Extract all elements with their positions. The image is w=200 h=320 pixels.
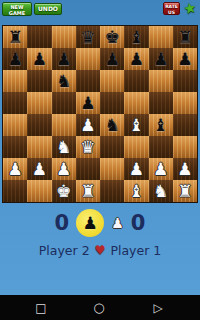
- rate-us-label-line2: US: [164, 10, 179, 16]
- square-f7[interactable]: ♟: [124, 48, 148, 70]
- square-f1[interactable]: ♝: [124, 180, 148, 202]
- square-a2[interactable]: ♟: [3, 158, 27, 180]
- square-h5[interactable]: [173, 92, 197, 114]
- square-c3[interactable]: ♞: [52, 136, 76, 158]
- white-pawn[interactable]: ♟: [3, 158, 27, 180]
- square-h3[interactable]: [173, 136, 197, 158]
- player1-score: 0: [131, 211, 146, 235]
- square-b1[interactable]: [27, 180, 51, 202]
- black-pawn[interactable]: ♟: [124, 48, 148, 70]
- black-bishop[interactable]: ♝: [149, 114, 173, 136]
- square-g5[interactable]: [149, 92, 173, 114]
- new-game-label-line2: GAME: [3, 10, 31, 16]
- scoreboard: 0 ♟ ♟ 0: [0, 206, 200, 240]
- square-b6[interactable]: [27, 70, 51, 92]
- white-knight[interactable]: ♞: [52, 136, 76, 158]
- square-h6[interactable]: [173, 70, 197, 92]
- white-queen[interactable]: ♛: [76, 136, 100, 158]
- square-e5[interactable]: [100, 92, 124, 114]
- black-king[interactable]: ♚: [100, 26, 124, 48]
- white-rook[interactable]: ♜: [173, 180, 197, 202]
- square-a8[interactable]: ♜: [3, 26, 27, 48]
- black-knight[interactable]: ♞: [100, 114, 124, 136]
- rate-us-label-line1: RATE: [164, 4, 179, 10]
- square-f2[interactable]: ♟: [124, 158, 148, 180]
- square-d1[interactable]: ♜: [76, 180, 100, 202]
- white-pawn[interactable]: ♟: [76, 114, 100, 136]
- black-pawn[interactable]: ♟: [173, 48, 197, 70]
- square-b5[interactable]: [27, 92, 51, 114]
- black-knight[interactable]: ♞: [52, 70, 76, 92]
- white-knight[interactable]: ♞: [149, 180, 173, 202]
- white-pawn[interactable]: ♟: [149, 158, 173, 180]
- turn-indicator: ♟: [76, 209, 104, 237]
- black-bishop[interactable]: ♝: [124, 26, 148, 48]
- square-g4[interactable]: ♝: [149, 114, 173, 136]
- square-h4[interactable]: [173, 114, 197, 136]
- white-pawn[interactable]: ♟: [173, 158, 197, 180]
- black-rook[interactable]: ♜: [173, 26, 197, 48]
- white-king[interactable]: ♚: [52, 180, 76, 202]
- square-e3[interactable]: [100, 136, 124, 158]
- rate-us-button[interactable]: RATE US: [163, 2, 180, 15]
- square-c4[interactable]: [52, 114, 76, 136]
- square-c2[interactable]: ♟: [52, 158, 76, 180]
- square-a6[interactable]: [3, 70, 27, 92]
- square-f8[interactable]: ♝: [124, 26, 148, 48]
- square-d6[interactable]: [76, 70, 100, 92]
- square-b3[interactable]: [27, 136, 51, 158]
- white-pawn[interactable]: ♟: [27, 158, 51, 180]
- black-pawn[interactable]: ♟: [76, 92, 100, 114]
- square-f3[interactable]: [124, 136, 148, 158]
- heart-icon: ♥: [95, 243, 106, 257]
- square-f4[interactable]: ♝: [124, 114, 148, 136]
- white-pawn[interactable]: ♟: [52, 158, 76, 180]
- square-c5[interactable]: [52, 92, 76, 114]
- player2-score: 0: [55, 211, 70, 235]
- home-icon[interactable]: ○: [90, 295, 108, 320]
- undo-button[interactable]: UNDO: [34, 3, 62, 15]
- square-b8[interactable]: [27, 26, 51, 48]
- black-pawn[interactable]: ♟: [27, 48, 51, 70]
- square-g2[interactable]: ♟: [149, 158, 173, 180]
- square-c6[interactable]: ♞: [52, 70, 76, 92]
- white-rook[interactable]: ♜: [76, 180, 100, 202]
- square-h1[interactable]: ♜: [173, 180, 197, 202]
- square-h8[interactable]: ♜: [173, 26, 197, 48]
- square-g3[interactable]: [149, 136, 173, 158]
- square-b4[interactable]: [27, 114, 51, 136]
- square-d5[interactable]: ♟: [76, 92, 100, 114]
- star-icon[interactable]: ★: [179, 0, 200, 19]
- square-a5[interactable]: [3, 92, 27, 114]
- black-pawn[interactable]: ♟: [100, 48, 124, 70]
- square-c1[interactable]: ♚: [52, 180, 76, 202]
- recents-icon[interactable]: □: [32, 295, 50, 320]
- square-b7[interactable]: ♟: [27, 48, 51, 70]
- square-a1[interactable]: [3, 180, 27, 202]
- square-g7[interactable]: ♟: [149, 48, 173, 70]
- square-a7[interactable]: ♟: [3, 48, 27, 70]
- chess-app-screen: NEW GAME UNDO RATE US ★ ♜♛♚♝♜♟♟♟♟♟♟♟♞♟♟♞…: [0, 0, 200, 320]
- square-e8[interactable]: ♚: [100, 26, 124, 48]
- square-d7[interactable]: [76, 48, 100, 70]
- white-bishop[interactable]: ♝: [124, 180, 148, 202]
- square-f5[interactable]: [124, 92, 148, 114]
- players-status: Player 2 ♥ Player 1: [0, 241, 200, 259]
- square-d8[interactable]: ♛: [76, 26, 100, 48]
- black-pawn[interactable]: ♟: [52, 48, 76, 70]
- square-e7[interactable]: ♟: [100, 48, 124, 70]
- square-g1[interactable]: ♞: [149, 180, 173, 202]
- square-a4[interactable]: [3, 114, 27, 136]
- black-queen[interactable]: ♛: [76, 26, 100, 48]
- square-e1[interactable]: [100, 180, 124, 202]
- square-c7[interactable]: ♟: [52, 48, 76, 70]
- back-icon[interactable]: ▷: [149, 295, 167, 320]
- chess-board: ♜♛♚♝♜♟♟♟♟♟♟♟♞♟♟♞♝♝♞♛♟♟♟♟♟♟♚♜♝♞♜: [2, 25, 198, 203]
- square-g6[interactable]: [149, 70, 173, 92]
- square-b2[interactable]: ♟: [27, 158, 51, 180]
- black-pawn[interactable]: ♟: [3, 48, 27, 70]
- square-e4[interactable]: ♞: [100, 114, 124, 136]
- square-h2[interactable]: ♟: [173, 158, 197, 180]
- white-pawn-icon: ♟: [111, 216, 124, 230]
- new-game-button[interactable]: NEW GAME: [2, 2, 32, 16]
- square-h7[interactable]: ♟: [173, 48, 197, 70]
- android-nav-bar: □ ○ ▷: [0, 295, 200, 320]
- square-g8[interactable]: [149, 26, 173, 48]
- square-d4[interactable]: ♟: [76, 114, 100, 136]
- undo-label: UNDO: [38, 5, 58, 12]
- black-pawn[interactable]: ♟: [149, 48, 173, 70]
- square-d3[interactable]: ♛: [76, 136, 100, 158]
- square-c8[interactable]: [52, 26, 76, 48]
- square-e6[interactable]: [100, 70, 124, 92]
- player1-label: Player 1: [110, 243, 161, 258]
- square-e2[interactable]: [100, 158, 124, 180]
- black-pawn-icon: ♟: [83, 215, 98, 232]
- white-bishop[interactable]: ♝: [124, 114, 148, 136]
- square-f6[interactable]: [124, 70, 148, 92]
- black-rook[interactable]: ♜: [3, 26, 27, 48]
- square-a3[interactable]: [3, 136, 27, 158]
- white-pawn[interactable]: ♟: [124, 158, 148, 180]
- square-d2[interactable]: [76, 158, 100, 180]
- player2-label: Player 2: [39, 243, 90, 258]
